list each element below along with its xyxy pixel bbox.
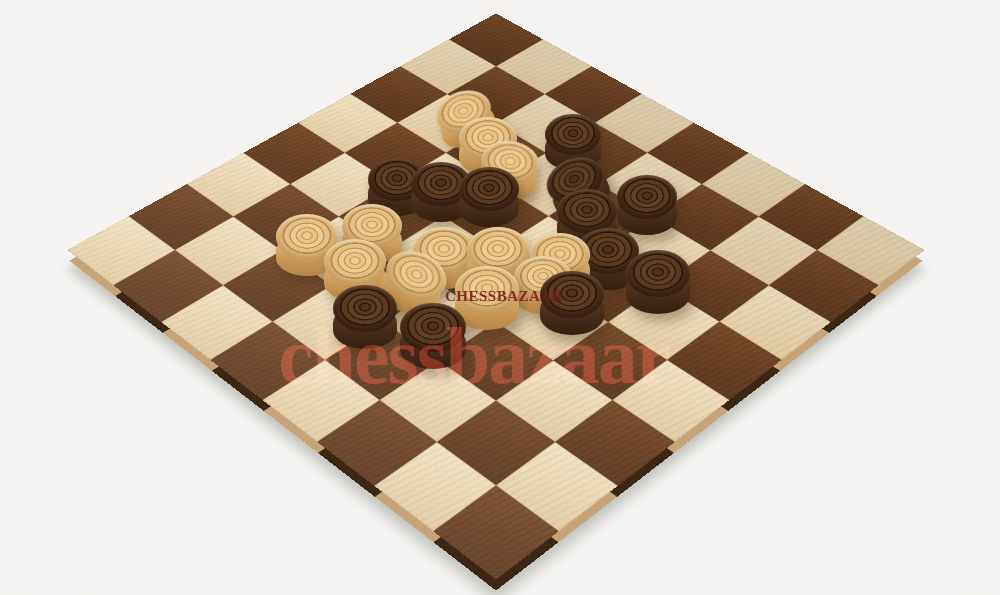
- photo-background: chessbazaar CHESSBAZAAR: [0, 0, 1000, 595]
- watermark-large: chessbazaar: [278, 316, 669, 396]
- board-scene: [193, 0, 799, 553]
- watermark-small: CHESSBAZAAR: [445, 288, 563, 305]
